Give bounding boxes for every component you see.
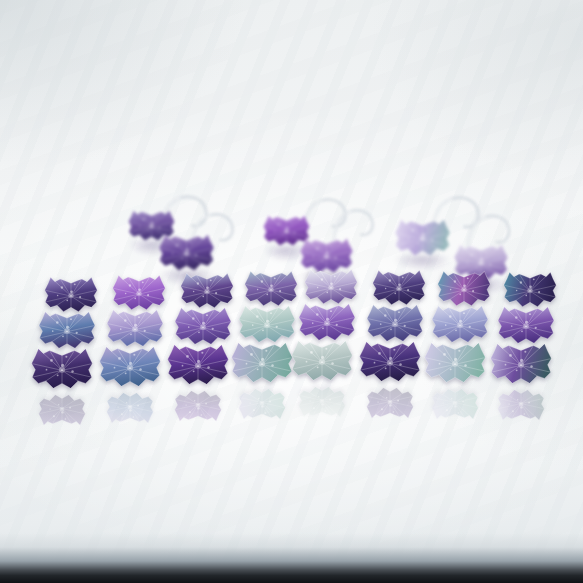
- fluorite-flower-bead: [167, 338, 229, 391]
- fluorite-flower-bead: [99, 340, 161, 393]
- product-photo: [0, 0, 583, 583]
- bead-reflection: [490, 385, 552, 425]
- bead-reflection: [424, 384, 486, 424]
- fluorite-flower-bead: [291, 334, 353, 387]
- fluorite-flower-bead: [31, 342, 93, 395]
- fluorite-flower-bead: [359, 335, 421, 388]
- bead-reflection: [291, 382, 353, 422]
- fluorite-flower-bead: [424, 336, 486, 389]
- bead-reflection: [231, 384, 293, 424]
- bead-grid: [0, 0, 583, 583]
- bead-reflection: [167, 386, 229, 426]
- bead-reflection: [99, 388, 161, 428]
- bead-reflection: [359, 383, 421, 423]
- fluorite-flower-bead: [231, 336, 293, 389]
- bead-reflection: [31, 390, 93, 430]
- fluorite-flower-bead: [490, 337, 552, 390]
